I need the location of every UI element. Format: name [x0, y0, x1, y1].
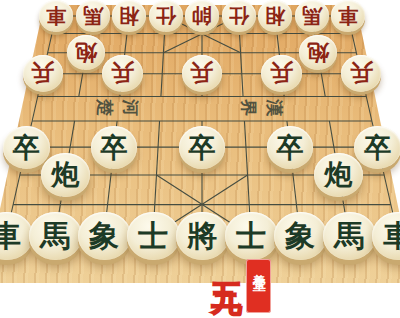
piece-black-soldier[interactable]: 卒 — [91, 126, 138, 169]
piece-character: 馬 — [40, 221, 70, 251]
watermark-seal: 養生堂 — [246, 259, 271, 313]
piece-character: 車 — [338, 6, 358, 26]
piece-red-horse[interactable]: 馬 — [295, 0, 329, 31]
piece-character: 炮 — [325, 161, 353, 189]
piece-character: 車 — [46, 6, 66, 26]
piece-character: 馬 — [302, 6, 322, 26]
piece-red-soldier[interactable]: 兵 — [261, 55, 301, 92]
piece-black-soldier[interactable]: 卒 — [267, 126, 314, 169]
piece-black-horse[interactable]: 馬 — [29, 212, 82, 261]
piece-red-advisor[interactable]: 仕 — [222, 0, 256, 31]
piece-character: 兵 — [350, 62, 373, 85]
piece-red-elephant[interactable]: 相 — [112, 0, 146, 31]
piece-character: 將 — [187, 221, 217, 251]
piece-black-soldier[interactable]: 卒 — [3, 126, 50, 169]
piece-red-soldier[interactable]: 兵 — [341, 55, 381, 92]
piece-character: 士 — [138, 221, 168, 251]
piece-character: 仕 — [156, 6, 176, 26]
piece-character: 帥 — [192, 6, 212, 26]
piece-character: 兵 — [190, 62, 213, 85]
piece-character: 兵 — [270, 62, 293, 85]
piece-character: 士 — [236, 221, 266, 251]
piece-character: 車 — [383, 221, 400, 251]
piece-character: 卒 — [276, 134, 303, 161]
piece-character: 卒 — [188, 134, 215, 161]
piece-black-cannon[interactable]: 炮 — [314, 153, 363, 198]
piece-red-elephant[interactable]: 相 — [258, 0, 292, 31]
piece-character: 卒 — [364, 134, 391, 161]
piece-red-chariot[interactable]: 車 — [331, 0, 365, 31]
piece-character: 兵 — [111, 62, 134, 85]
watermark: 三九 養生堂 — [211, 259, 271, 313]
piece-character: 炮 — [51, 161, 79, 189]
piece-red-soldier[interactable]: 兵 — [23, 55, 63, 92]
piece-character: 兵 — [31, 62, 54, 85]
piece-black-soldier[interactable]: 卒 — [354, 126, 400, 169]
piece-black-cannon[interactable]: 炮 — [41, 153, 90, 198]
piece-character: 炮 — [307, 42, 329, 64]
piece-character: 象 — [285, 221, 315, 251]
piece-character: 馬 — [334, 221, 364, 251]
piece-black-soldier[interactable]: 卒 — [179, 126, 226, 169]
piece-black-general[interactable]: 將 — [176, 212, 229, 261]
piece-character: 象 — [89, 221, 119, 251]
piece-character: 車 — [0, 221, 21, 251]
piece-character: 卒 — [101, 134, 128, 161]
piece-red-soldier[interactable]: 兵 — [102, 55, 142, 92]
watermark-brand-text: 三九 — [211, 259, 242, 313]
piece-character: 卒 — [13, 134, 40, 161]
piece-black-advisor[interactable]: 士 — [225, 212, 278, 261]
piece-character: 仕 — [229, 6, 249, 26]
piece-black-elephant[interactable]: 象 — [78, 212, 131, 261]
piece-red-chariot[interactable]: 車 — [39, 0, 73, 31]
piece-character: 炮 — [75, 42, 97, 64]
piece-character: 相 — [119, 6, 139, 26]
piece-red-advisor[interactable]: 仕 — [149, 0, 183, 31]
piece-character: 相 — [265, 6, 285, 26]
xiangqi-photo: 楚河 界漢 車馬相仕帥仕相馬車炮炮兵兵兵兵兵卒卒卒卒卒炮炮車馬象士將士象馬車 三… — [0, 0, 400, 318]
piece-red-horse[interactable]: 馬 — [76, 0, 110, 31]
piece-red-cannon[interactable]: 炮 — [299, 35, 337, 70]
piece-character: 馬 — [83, 6, 103, 26]
piece-black-advisor[interactable]: 士 — [127, 212, 180, 261]
piece-red-general[interactable]: 帥 — [185, 0, 219, 31]
piece-black-horse[interactable]: 馬 — [323, 212, 376, 261]
piece-black-elephant[interactable]: 象 — [274, 212, 327, 261]
